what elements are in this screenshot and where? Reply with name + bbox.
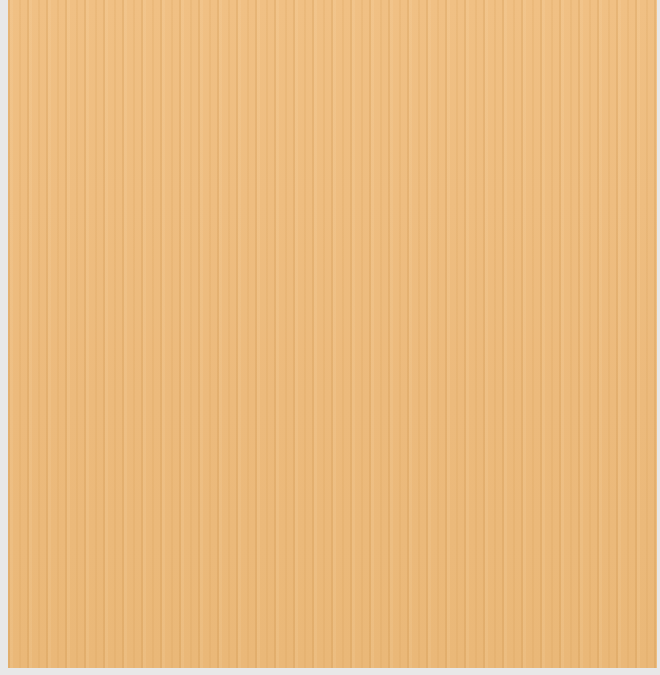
app-window [0,0,660,675]
board-grid [8,0,657,668]
go-board[interactable] [8,0,657,668]
